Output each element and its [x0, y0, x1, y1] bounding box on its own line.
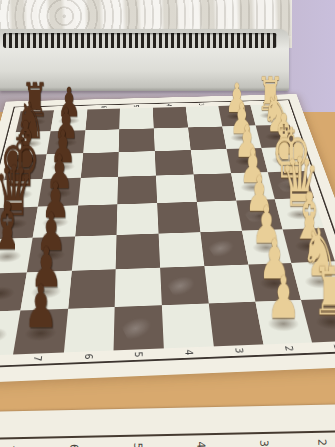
piece-white-pawn[interactable]: ♟	[267, 269, 301, 327]
square-a2[interactable]: ♟	[255, 300, 312, 344]
second-board-label-5: 5	[132, 443, 143, 447]
square-g3[interactable]	[188, 126, 226, 149]
piece-white-rook[interactable]: ♜	[313, 258, 335, 324]
square-b6[interactable]	[68, 269, 116, 309]
radiator-vents	[3, 33, 277, 48]
second-board-label-3: 3	[258, 440, 269, 447]
square-a4[interactable]	[162, 304, 214, 349]
square-g5[interactable]	[119, 128, 155, 152]
board-frame: 87654321 ♜♟♟♜♞♟♟♞♝♟♟♝♚♟♟♚♛♟♟♛♝♟♟♝♞♟♟♞♜♟♟…	[0, 100, 335, 370]
square-f4[interactable]	[155, 150, 194, 176]
square-d6[interactable]	[75, 204, 118, 236]
square-d3[interactable]	[197, 201, 242, 232]
piece-black-pawn[interactable]: ♟	[23, 277, 57, 336]
square-f3[interactable]	[191, 149, 231, 175]
square-a6[interactable]	[63, 307, 114, 352]
square-d5[interactable]	[117, 203, 159, 235]
photo-scene: 765432 87654321 ♜♟♟♜♞♟♟♞♝♟♟♝♚♟♟♚♛♟♟♛♝♟♟♝…	[0, 0, 335, 447]
square-c4[interactable]	[159, 232, 205, 267]
board-grid: ♜♟♟♜♞♟♟♞♝♟♟♝♚♟♟♚♛♟♟♛♝♟♟♝♞♟♟♞♜♟♟♜	[0, 104, 335, 356]
square-c3[interactable]	[200, 231, 248, 266]
vinyl-sheet: 87654321 ♜♟♟♜♞♟♟♞♝♟♟♝♚♟♟♚♛♟♟♛♝♟♟♝♞♟♟♞♜♟♟…	[0, 94, 335, 385]
square-g4[interactable]	[154, 127, 191, 151]
square-e6[interactable]	[78, 177, 119, 206]
square-b4[interactable]	[160, 266, 208, 306]
square-a3[interactable]	[209, 302, 263, 347]
square-d4[interactable]	[157, 202, 200, 234]
square-e5[interactable]	[118, 176, 158, 205]
square-f5[interactable]	[118, 151, 156, 177]
square-e3[interactable]	[193, 173, 235, 201]
square-a7[interactable]: ♟	[13, 309, 68, 355]
square-c5[interactable]	[116, 233, 160, 268]
square-f6[interactable]	[80, 152, 118, 178]
square-g6[interactable]	[83, 129, 120, 153]
square-h6[interactable]	[85, 109, 120, 131]
square-a5[interactable]	[114, 305, 164, 350]
second-board-label-2: 2	[316, 439, 327, 446]
square-h3[interactable]	[185, 106, 221, 127]
square-b5[interactable]	[115, 267, 162, 307]
second-board-label-4: 4	[195, 441, 206, 447]
piece-black-rook[interactable]: ♜	[0, 270, 11, 338]
second-board-edge: 765432	[0, 404, 335, 447]
square-c6[interactable]	[71, 235, 116, 271]
square-h4[interactable]	[153, 107, 188, 128]
square-h5[interactable]	[119, 108, 153, 130]
chess-board: 87654321 ♜♟♟♜♞♟♟♞♝♟♟♝♚♟♟♚♛♟♟♛♝♟♟♝♞♟♟♞♜♟♟…	[0, 94, 335, 385]
square-e4[interactable]	[156, 175, 197, 204]
square-b3[interactable]	[204, 264, 255, 303]
